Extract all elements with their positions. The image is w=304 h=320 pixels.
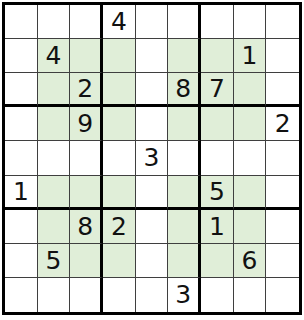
cell-r7c8[interactable] bbox=[234, 210, 267, 244]
cell-r6c3[interactable] bbox=[70, 176, 103, 210]
cell-r9c3[interactable] bbox=[70, 278, 103, 312]
cell-r3c7[interactable]: 7 bbox=[201, 73, 234, 107]
cell-r6c7[interactable]: 5 bbox=[201, 176, 234, 210]
cell-r8c3[interactable] bbox=[70, 244, 103, 278]
cell-r2c6[interactable] bbox=[168, 39, 201, 73]
cell-r5c3[interactable] bbox=[70, 141, 103, 175]
cell-r8c7[interactable] bbox=[201, 244, 234, 278]
cell-r9c4[interactable] bbox=[103, 278, 136, 312]
cell-r9c1[interactable] bbox=[5, 278, 38, 312]
cell-r2c8[interactable]: 1 bbox=[234, 39, 267, 73]
cell-r3c8[interactable] bbox=[234, 73, 267, 107]
cell-r4c7[interactable] bbox=[201, 107, 234, 141]
cell-r4c4[interactable] bbox=[103, 107, 136, 141]
cell-r1c9[interactable] bbox=[266, 5, 299, 39]
cell-r8c5[interactable] bbox=[136, 244, 169, 278]
cell-r1c4[interactable]: 4 bbox=[103, 5, 136, 39]
cell-r7c7[interactable]: 1 bbox=[201, 210, 234, 244]
cell-r5c5[interactable]: 3 bbox=[136, 141, 169, 175]
cell-r5c6[interactable] bbox=[168, 141, 201, 175]
cell-r7c5[interactable] bbox=[136, 210, 169, 244]
cell-r5c4[interactable] bbox=[103, 141, 136, 175]
cell-r9c8[interactable] bbox=[234, 278, 267, 312]
cell-r6c5[interactable] bbox=[136, 176, 169, 210]
sudoku-page: 44128792315821563 bbox=[0, 0, 304, 320]
cell-r7c3[interactable]: 8 bbox=[70, 210, 103, 244]
cell-r6c2[interactable] bbox=[38, 176, 71, 210]
cell-r7c2[interactable] bbox=[38, 210, 71, 244]
cell-r1c2[interactable] bbox=[38, 5, 71, 39]
cell-r1c6[interactable] bbox=[168, 5, 201, 39]
cell-r9c7[interactable] bbox=[201, 278, 234, 312]
cell-r7c9[interactable] bbox=[266, 210, 299, 244]
cell-r3c4[interactable] bbox=[103, 73, 136, 107]
cell-r1c7[interactable] bbox=[201, 5, 234, 39]
cell-r6c8[interactable] bbox=[234, 176, 267, 210]
cell-r4c8[interactable] bbox=[234, 107, 267, 141]
cell-r2c1[interactable] bbox=[5, 39, 38, 73]
cell-r4c9[interactable]: 2 bbox=[266, 107, 299, 141]
cell-r6c4[interactable] bbox=[103, 176, 136, 210]
cell-r1c8[interactable] bbox=[234, 5, 267, 39]
cell-r3c3[interactable]: 2 bbox=[70, 73, 103, 107]
cell-r6c6[interactable] bbox=[168, 176, 201, 210]
cell-r1c5[interactable] bbox=[136, 5, 169, 39]
cell-r9c6[interactable]: 3 bbox=[168, 278, 201, 312]
cell-r4c5[interactable] bbox=[136, 107, 169, 141]
cell-r1c1[interactable] bbox=[5, 5, 38, 39]
cell-r3c1[interactable] bbox=[5, 73, 38, 107]
cell-r8c1[interactable] bbox=[5, 244, 38, 278]
cell-r8c9[interactable] bbox=[266, 244, 299, 278]
cell-r9c5[interactable] bbox=[136, 278, 169, 312]
cell-r8c2[interactable]: 5 bbox=[38, 244, 71, 278]
cell-r2c7[interactable] bbox=[201, 39, 234, 73]
cell-r5c9[interactable] bbox=[266, 141, 299, 175]
cell-r3c9[interactable] bbox=[266, 73, 299, 107]
cell-r5c7[interactable] bbox=[201, 141, 234, 175]
cell-r8c8[interactable]: 6 bbox=[234, 244, 267, 278]
cell-r9c2[interactable] bbox=[38, 278, 71, 312]
cell-r6c9[interactable] bbox=[266, 176, 299, 210]
cell-r2c5[interactable] bbox=[136, 39, 169, 73]
cell-r2c4[interactable] bbox=[103, 39, 136, 73]
cell-r5c1[interactable] bbox=[5, 141, 38, 175]
cell-r4c3[interactable]: 9 bbox=[70, 107, 103, 141]
cell-r9c9[interactable] bbox=[266, 278, 299, 312]
cell-r4c2[interactable] bbox=[38, 107, 71, 141]
cell-r2c2[interactable]: 4 bbox=[38, 39, 71, 73]
cell-r6c1[interactable]: 1 bbox=[5, 176, 38, 210]
cell-r1c3[interactable] bbox=[70, 5, 103, 39]
cell-r8c6[interactable] bbox=[168, 244, 201, 278]
cell-r7c1[interactable] bbox=[5, 210, 38, 244]
cell-r7c6[interactable] bbox=[168, 210, 201, 244]
cell-r4c6[interactable] bbox=[168, 107, 201, 141]
cell-r8c4[interactable] bbox=[103, 244, 136, 278]
cell-r2c9[interactable] bbox=[266, 39, 299, 73]
cell-r3c5[interactable] bbox=[136, 73, 169, 107]
cell-r4c1[interactable] bbox=[5, 107, 38, 141]
cell-r3c6[interactable]: 8 bbox=[168, 73, 201, 107]
sudoku-board: 44128792315821563 bbox=[2, 2, 302, 315]
cell-r7c4[interactable]: 2 bbox=[103, 210, 136, 244]
cell-r3c2[interactable] bbox=[38, 73, 71, 107]
cell-r5c2[interactable] bbox=[38, 141, 71, 175]
cell-r2c3[interactable] bbox=[70, 39, 103, 73]
cell-r5c8[interactable] bbox=[234, 141, 267, 175]
